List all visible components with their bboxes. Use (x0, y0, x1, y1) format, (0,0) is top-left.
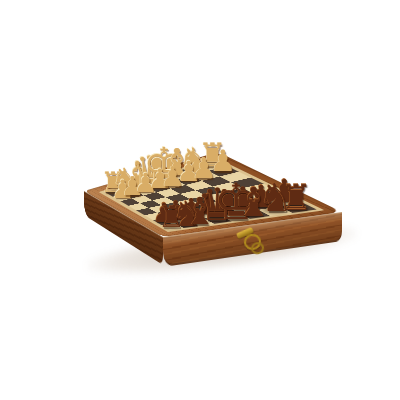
clasp-hook (250, 241, 265, 255)
piece-black-rook: ♜ (280, 180, 312, 215)
chess-set-photo: ♜♞♝♛♚♝♞♜♟♟♟♟♟♟♟♟♟♟♟♟♟♟♟♟♜♞♝♛♚♝♞♜ (0, 0, 400, 400)
